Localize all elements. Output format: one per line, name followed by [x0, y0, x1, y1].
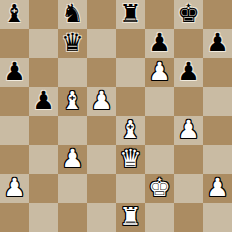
square-a4[interactable]	[0, 116, 29, 145]
square-b5[interactable]: ♟	[29, 87, 58, 116]
square-c8[interactable]: ♞	[58, 0, 87, 29]
square-h8[interactable]	[203, 0, 232, 29]
white-bishop[interactable]: ♝	[61, 88, 83, 113]
square-e2[interactable]	[116, 174, 145, 203]
black-pawn[interactable]: ♟	[177, 59, 199, 84]
black-king[interactable]: ♚	[177, 1, 199, 26]
square-g8[interactable]: ♚	[174, 0, 203, 29]
square-g6[interactable]: ♟	[174, 58, 203, 87]
square-h6[interactable]	[203, 58, 232, 87]
square-b2[interactable]	[29, 174, 58, 203]
square-c5[interactable]: ♝	[58, 87, 87, 116]
square-b6[interactable]	[29, 58, 58, 87]
square-d6[interactable]	[87, 58, 116, 87]
white-king[interactable]: ♚	[148, 175, 170, 200]
white-rook[interactable]: ♜	[119, 204, 141, 229]
square-e6[interactable]	[116, 58, 145, 87]
black-pawn[interactable]: ♟	[206, 30, 228, 55]
black-queen[interactable]: ♛	[61, 30, 83, 55]
white-pawn[interactable]: ♟	[90, 88, 112, 113]
square-e1[interactable]: ♜	[116, 203, 145, 232]
black-pawn[interactable]: ♟	[3, 59, 25, 84]
square-g5[interactable]	[174, 87, 203, 116]
white-bishop[interactable]: ♝	[119, 117, 141, 142]
square-c2[interactable]	[58, 174, 87, 203]
square-h2[interactable]: ♟	[203, 174, 232, 203]
square-d4[interactable]	[87, 116, 116, 145]
square-c1[interactable]	[58, 203, 87, 232]
square-g4[interactable]: ♟	[174, 116, 203, 145]
black-pawn[interactable]: ♟	[32, 88, 54, 113]
white-queen[interactable]: ♛	[119, 146, 141, 171]
square-c6[interactable]	[58, 58, 87, 87]
square-e7[interactable]	[116, 29, 145, 58]
square-f2[interactable]: ♚	[145, 174, 174, 203]
square-h5[interactable]	[203, 87, 232, 116]
white-pawn[interactable]: ♟	[148, 59, 170, 84]
square-h4[interactable]	[203, 116, 232, 145]
square-h3[interactable]	[203, 145, 232, 174]
square-f6[interactable]: ♟	[145, 58, 174, 87]
square-g1[interactable]	[174, 203, 203, 232]
square-g3[interactable]	[174, 145, 203, 174]
square-d1[interactable]	[87, 203, 116, 232]
square-f3[interactable]	[145, 145, 174, 174]
square-e5[interactable]	[116, 87, 145, 116]
square-a6[interactable]: ♟	[0, 58, 29, 87]
square-a5[interactable]	[0, 87, 29, 116]
white-pawn[interactable]: ♟	[61, 146, 83, 171]
square-f5[interactable]	[145, 87, 174, 116]
square-g7[interactable]	[174, 29, 203, 58]
square-e8[interactable]: ♜	[116, 0, 145, 29]
black-bishop[interactable]: ♝	[3, 1, 25, 26]
square-f8[interactable]	[145, 0, 174, 29]
square-g2[interactable]	[174, 174, 203, 203]
square-b1[interactable]	[29, 203, 58, 232]
square-c4[interactable]	[58, 116, 87, 145]
square-h7[interactable]: ♟	[203, 29, 232, 58]
square-d7[interactable]	[87, 29, 116, 58]
square-b3[interactable]	[29, 145, 58, 174]
square-d2[interactable]	[87, 174, 116, 203]
square-c3[interactable]: ♟	[58, 145, 87, 174]
black-rook[interactable]: ♜	[119, 1, 141, 26]
black-knight[interactable]: ♞	[61, 1, 83, 26]
square-a8[interactable]: ♝	[0, 0, 29, 29]
square-d8[interactable]	[87, 0, 116, 29]
square-f7[interactable]: ♟	[145, 29, 174, 58]
square-d3[interactable]	[87, 145, 116, 174]
square-d5[interactable]: ♟	[87, 87, 116, 116]
square-a1[interactable]	[0, 203, 29, 232]
white-pawn[interactable]: ♟	[206, 175, 228, 200]
square-a2[interactable]: ♟	[0, 174, 29, 203]
black-pawn[interactable]: ♟	[148, 30, 170, 55]
square-f4[interactable]	[145, 116, 174, 145]
square-f1[interactable]	[145, 203, 174, 232]
square-e3[interactable]: ♛	[116, 145, 145, 174]
square-b4[interactable]	[29, 116, 58, 145]
square-e4[interactable]: ♝	[116, 116, 145, 145]
square-h1[interactable]	[203, 203, 232, 232]
square-c7[interactable]: ♛	[58, 29, 87, 58]
square-a3[interactable]	[0, 145, 29, 174]
square-b8[interactable]	[29, 0, 58, 29]
chess-board: ♝♞♜♚♛♟♟♟♟♟♟♝♟♝♟♟♛♟♚♟♜	[0, 0, 232, 232]
square-b7[interactable]	[29, 29, 58, 58]
square-a7[interactable]	[0, 29, 29, 58]
white-pawn[interactable]: ♟	[3, 175, 25, 200]
white-pawn[interactable]: ♟	[177, 117, 199, 142]
